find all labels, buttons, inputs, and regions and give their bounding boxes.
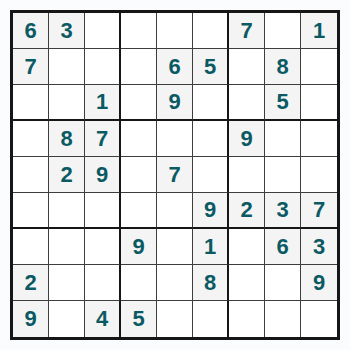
cell-r7c8[interactable]: 6 — [265, 229, 301, 265]
cell-r1c8[interactable] — [265, 13, 301, 49]
cell-r2c5[interactable]: 6 — [157, 49, 193, 85]
cell-r5c2[interactable]: 2 — [49, 157, 85, 193]
cell-r7c4[interactable]: 9 — [121, 229, 157, 265]
cell-r6c1[interactable] — [13, 193, 49, 229]
cell-r1c5[interactable] — [157, 13, 193, 49]
cell-r8c9[interactable]: 9 — [301, 265, 337, 301]
cell-r1c1[interactable]: 6 — [13, 13, 49, 49]
cell-r9c2[interactable] — [49, 301, 85, 337]
cell-r9c5[interactable] — [157, 301, 193, 337]
cell-r3c6[interactable] — [193, 85, 229, 121]
cell-r7c5[interactable] — [157, 229, 193, 265]
cell-r5c1[interactable] — [13, 157, 49, 193]
cell-r8c1[interactable]: 2 — [13, 265, 49, 301]
cell-r5c4[interactable] — [121, 157, 157, 193]
cell-r3c8[interactable]: 5 — [265, 85, 301, 121]
cell-r8c2[interactable] — [49, 265, 85, 301]
cell-r3c5[interactable]: 9 — [157, 85, 193, 121]
cell-r5c7[interactable] — [229, 157, 265, 193]
cell-r7c9[interactable]: 3 — [301, 229, 337, 265]
cell-r3c3[interactable]: 1 — [85, 85, 121, 121]
cell-r7c7[interactable] — [229, 229, 265, 265]
cell-r4c4[interactable] — [121, 121, 157, 157]
cell-r3c9[interactable] — [301, 85, 337, 121]
cell-r4c2[interactable]: 8 — [49, 121, 85, 157]
cell-r1c6[interactable] — [193, 13, 229, 49]
cell-r1c3[interactable] — [85, 13, 121, 49]
cell-r1c9[interactable]: 1 — [301, 13, 337, 49]
cell-r9c1[interactable]: 9 — [13, 301, 49, 337]
cell-r8c3[interactable] — [85, 265, 121, 301]
cell-r7c2[interactable] — [49, 229, 85, 265]
cell-r7c1[interactable] — [13, 229, 49, 265]
cell-r5c5[interactable]: 7 — [157, 157, 193, 193]
cell-r9c3[interactable]: 4 — [85, 301, 121, 337]
cell-r4c6[interactable] — [193, 121, 229, 157]
cell-r5c9[interactable] — [301, 157, 337, 193]
cell-r7c6[interactable]: 1 — [193, 229, 229, 265]
cell-r6c3[interactable] — [85, 193, 121, 229]
cell-r9c8[interactable] — [265, 301, 301, 337]
cell-r3c2[interactable] — [49, 85, 85, 121]
cell-r4c7[interactable]: 9 — [229, 121, 265, 157]
cell-r6c7[interactable]: 2 — [229, 193, 265, 229]
cell-r5c8[interactable] — [265, 157, 301, 193]
cell-r9c9[interactable] — [301, 301, 337, 337]
cell-r5c6[interactable] — [193, 157, 229, 193]
cell-r6c6[interactable]: 9 — [193, 193, 229, 229]
cell-r8c4[interactable] — [121, 265, 157, 301]
cell-r2c8[interactable]: 8 — [265, 49, 301, 85]
cell-r4c3[interactable]: 7 — [85, 121, 121, 157]
cell-r9c6[interactable] — [193, 301, 229, 337]
cell-r3c1[interactable] — [13, 85, 49, 121]
cell-r1c2[interactable]: 3 — [49, 13, 85, 49]
cell-r2c4[interactable] — [121, 49, 157, 85]
cell-r8c8[interactable] — [265, 265, 301, 301]
cell-r3c7[interactable] — [229, 85, 265, 121]
cell-r2c2[interactable] — [49, 49, 85, 85]
cell-r8c5[interactable] — [157, 265, 193, 301]
cell-r3c4[interactable] — [121, 85, 157, 121]
sudoku-board: 6371765819587929792379163289945 — [10, 10, 340, 340]
cell-r9c7[interactable] — [229, 301, 265, 337]
cell-r6c5[interactable] — [157, 193, 193, 229]
cell-r2c9[interactable] — [301, 49, 337, 85]
cell-r2c6[interactable]: 5 — [193, 49, 229, 85]
cell-r4c8[interactable] — [265, 121, 301, 157]
sudoku-page: 6371765819587929792379163289945 — [0, 0, 350, 350]
cell-r8c7[interactable] — [229, 265, 265, 301]
cell-r8c6[interactable]: 8 — [193, 265, 229, 301]
cell-r4c5[interactable] — [157, 121, 193, 157]
cell-r4c1[interactable] — [13, 121, 49, 157]
cell-r1c4[interactable] — [121, 13, 157, 49]
cell-r2c3[interactable] — [85, 49, 121, 85]
cell-r2c7[interactable] — [229, 49, 265, 85]
cell-r2c1[interactable]: 7 — [13, 49, 49, 85]
cell-r9c4[interactable]: 5 — [121, 301, 157, 337]
cell-r6c9[interactable]: 7 — [301, 193, 337, 229]
cell-r6c4[interactable] — [121, 193, 157, 229]
cell-r6c8[interactable]: 3 — [265, 193, 301, 229]
cell-r6c2[interactable] — [49, 193, 85, 229]
cell-r4c9[interactable] — [301, 121, 337, 157]
cell-r7c3[interactable] — [85, 229, 121, 265]
cell-r1c7[interactable]: 7 — [229, 13, 265, 49]
cell-r5c3[interactable]: 9 — [85, 157, 121, 193]
